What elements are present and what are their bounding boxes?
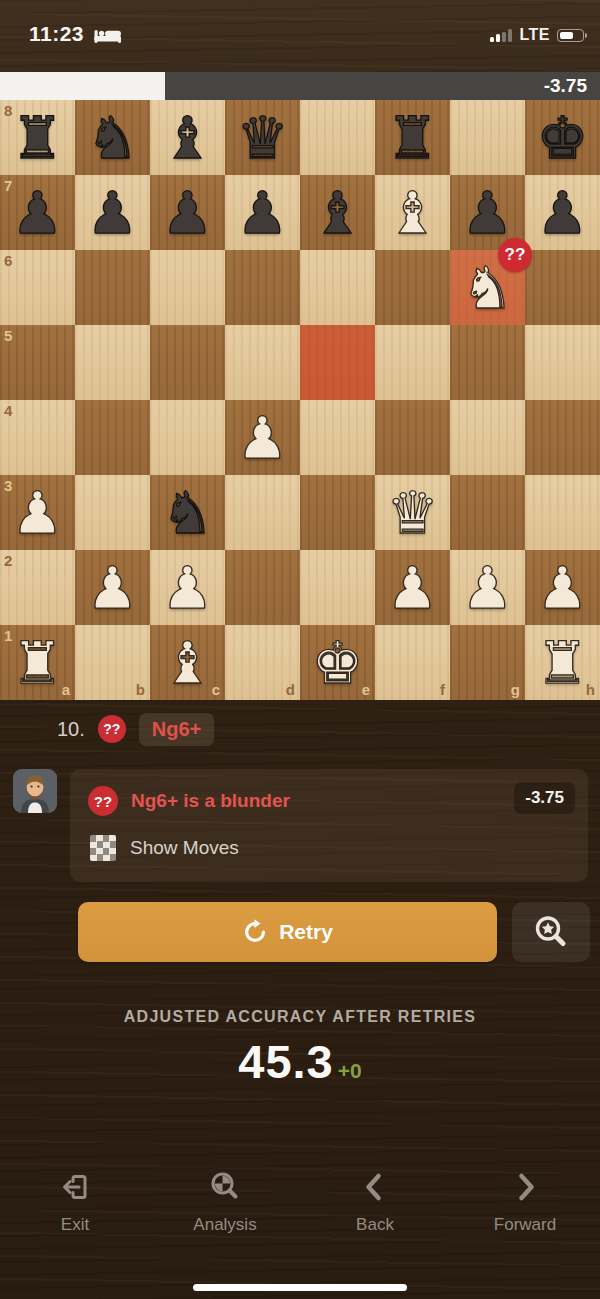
piece-white-queen-f3: ♛ bbox=[375, 475, 450, 550]
chessboard-icon bbox=[90, 835, 116, 861]
square-h5[interactable] bbox=[525, 325, 600, 400]
square-f3[interactable]: ♛ bbox=[375, 475, 450, 550]
piece-white-pawn-g2: ♟ bbox=[450, 550, 525, 625]
exit-icon bbox=[58, 1170, 92, 1204]
file-label-b: b bbox=[136, 681, 145, 698]
file-label-e: e bbox=[362, 681, 370, 698]
square-a7[interactable]: 7♟ bbox=[0, 175, 75, 250]
magnifier-star-icon bbox=[532, 913, 570, 951]
eval-white-fill bbox=[0, 72, 165, 100]
square-b7[interactable]: ♟ bbox=[75, 175, 150, 250]
square-c5[interactable] bbox=[150, 325, 225, 400]
nav-exit-label: Exit bbox=[61, 1215, 89, 1235]
move-chip[interactable]: Ng6+ bbox=[139, 713, 214, 746]
square-e1[interactable]: e♚ bbox=[300, 625, 375, 700]
square-h4[interactable] bbox=[525, 400, 600, 475]
square-e4[interactable] bbox=[300, 400, 375, 475]
square-f1[interactable]: f bbox=[375, 625, 450, 700]
refresh-icon bbox=[242, 919, 268, 945]
blunder-title: Ng6+ is a blunder bbox=[131, 790, 290, 812]
show-moves-button[interactable]: Show Moves bbox=[90, 835, 239, 861]
piece-black-pawn-h7: ♟ bbox=[525, 175, 600, 250]
square-a2[interactable]: 2 bbox=[0, 550, 75, 625]
square-d2[interactable] bbox=[225, 550, 300, 625]
square-h8[interactable]: ♚ bbox=[525, 100, 600, 175]
file-label-h: h bbox=[586, 681, 595, 698]
chevron-right-icon bbox=[508, 1170, 542, 1204]
square-c1[interactable]: c♝ bbox=[150, 625, 225, 700]
square-g5[interactable] bbox=[450, 325, 525, 400]
chevron-left-icon bbox=[358, 1170, 392, 1204]
square-f8[interactable]: ♜ bbox=[375, 100, 450, 175]
rank-label-8: 8 bbox=[4, 102, 12, 119]
file-label-c: c bbox=[212, 681, 220, 698]
square-h7[interactable]: ♟ bbox=[525, 175, 600, 250]
piece-black-pawn-c7: ♟ bbox=[150, 175, 225, 250]
piece-black-knight-b8: ♞ bbox=[75, 100, 150, 175]
square-f7[interactable]: ♝ bbox=[375, 175, 450, 250]
home-indicator[interactable] bbox=[193, 1284, 407, 1291]
blunder-badge-icon: ?? bbox=[98, 715, 126, 743]
network-type-label: LTE bbox=[519, 26, 550, 44]
piece-white-pawn-h2: ♟ bbox=[525, 550, 600, 625]
evaluation-bar: -3.75 bbox=[0, 72, 600, 100]
square-d1[interactable]: d bbox=[225, 625, 300, 700]
piece-white-pawn-f2: ♟ bbox=[375, 550, 450, 625]
chess-board: 8♜♞♝♛♜♚7♟♟♟♟♝♝♟♟6♞??54♟3♟♞♛2♟♟♟♟♟1a♜bc♝d… bbox=[0, 100, 600, 700]
square-e6[interactable] bbox=[300, 250, 375, 325]
rank-label-6: 6 bbox=[4, 252, 12, 269]
rank-label-7: 7 bbox=[4, 177, 12, 194]
analysis-icon bbox=[207, 1169, 243, 1205]
avatar bbox=[13, 769, 57, 813]
square-h2[interactable]: ♟ bbox=[525, 550, 600, 625]
move-row: 10. ?? Ng6+ bbox=[57, 711, 214, 747]
square-b4[interactable] bbox=[75, 400, 150, 475]
square-a1[interactable]: 1a♜ bbox=[0, 625, 75, 700]
square-d4[interactable]: ♟ bbox=[225, 400, 300, 475]
signal-strength-icon bbox=[490, 29, 512, 42]
piece-black-knight-c3: ♞ bbox=[150, 475, 225, 550]
nav-forward-button[interactable]: Forward bbox=[450, 1168, 600, 1260]
accuracy-label: ADJUSTED ACCURACY AFTER RETRIES bbox=[0, 1008, 600, 1026]
rank-label-1: 1 bbox=[4, 627, 12, 644]
nav-exit-button[interactable]: Exit bbox=[0, 1168, 150, 1260]
square-d7[interactable]: ♟ bbox=[225, 175, 300, 250]
piece-black-king-h8: ♚ bbox=[525, 100, 600, 175]
rank-label-2: 2 bbox=[4, 552, 12, 569]
square-h6[interactable] bbox=[525, 250, 600, 325]
accuracy-delta: +0 bbox=[338, 1059, 362, 1083]
status-bar: 11:23 LTE bbox=[0, 0, 600, 72]
file-label-d: d bbox=[286, 681, 295, 698]
square-c3[interactable]: ♞ bbox=[150, 475, 225, 550]
square-h1[interactable]: h♜ bbox=[525, 625, 600, 700]
nav-back-button[interactable]: Back bbox=[300, 1168, 450, 1260]
nav-analysis-button[interactable]: Analysis bbox=[150, 1168, 300, 1260]
nav-forward-label: Forward bbox=[494, 1215, 556, 1235]
square-b2[interactable]: ♟ bbox=[75, 550, 150, 625]
square-h3[interactable] bbox=[525, 475, 600, 550]
piece-white-bishop-f7: ♝ bbox=[375, 175, 450, 250]
square-a3[interactable]: 3♟ bbox=[0, 475, 75, 550]
clock: 11:23 bbox=[29, 22, 84, 46]
show-moves-label: Show Moves bbox=[130, 837, 239, 859]
square-g3[interactable] bbox=[450, 475, 525, 550]
square-e2[interactable] bbox=[300, 550, 375, 625]
file-label-g: g bbox=[511, 681, 520, 698]
square-d5[interactable] bbox=[225, 325, 300, 400]
piece-black-pawn-d7: ♟ bbox=[225, 175, 300, 250]
square-a6[interactable]: 6 bbox=[0, 250, 75, 325]
nav-analysis-label: Analysis bbox=[193, 1215, 256, 1235]
square-c7[interactable]: ♟ bbox=[150, 175, 225, 250]
piece-white-pawn-d4: ♟ bbox=[225, 400, 300, 475]
analysis-panel: ?? Ng6+ is a blunder -3.75 Show Moves bbox=[70, 769, 588, 882]
square-b8[interactable]: ♞ bbox=[75, 100, 150, 175]
bedtime-icon bbox=[94, 27, 122, 44]
square-d8[interactable]: ♛ bbox=[225, 100, 300, 175]
piece-black-queen-d8: ♛ bbox=[225, 100, 300, 175]
piece-white-pawn-c2: ♟ bbox=[150, 550, 225, 625]
explore-position-button[interactable] bbox=[512, 902, 590, 962]
blunder-badge-icon: ?? bbox=[88, 786, 118, 816]
square-a8[interactable]: 8♜ bbox=[0, 100, 75, 175]
rank-label-5: 5 bbox=[4, 327, 12, 344]
square-d3[interactable] bbox=[225, 475, 300, 550]
square-c4[interactable] bbox=[150, 400, 225, 475]
piece-white-pawn-b2: ♟ bbox=[75, 550, 150, 625]
square-a5[interactable]: 5 bbox=[0, 325, 75, 400]
retry-label: Retry bbox=[279, 920, 333, 944]
move-number: 10. bbox=[57, 718, 85, 741]
accuracy-value: 45.3 bbox=[238, 1034, 333, 1089]
piece-black-bishop-e7: ♝ bbox=[300, 175, 375, 250]
file-label-a: a bbox=[62, 681, 70, 698]
square-e5[interactable] bbox=[300, 325, 375, 400]
piece-black-pawn-b7: ♟ bbox=[75, 175, 150, 250]
accuracy-value-row: 45.3 +0 bbox=[0, 1034, 600, 1089]
piece-black-rook-f8: ♜ bbox=[375, 100, 450, 175]
square-d6[interactable] bbox=[225, 250, 300, 325]
retry-button[interactable]: Retry bbox=[78, 902, 497, 962]
blunder-badge-icon: ?? bbox=[498, 238, 532, 272]
square-c6[interactable] bbox=[150, 250, 225, 325]
rank-label-4: 4 bbox=[4, 402, 12, 419]
eval-score: -3.75 bbox=[544, 72, 587, 100]
square-g6[interactable]: ♞?? bbox=[450, 250, 525, 325]
square-e8[interactable] bbox=[300, 100, 375, 175]
square-b3[interactable] bbox=[75, 475, 150, 550]
bottom-nav: Exit Analysis Back Forward bbox=[0, 1168, 600, 1260]
square-a4[interactable]: 4 bbox=[0, 400, 75, 475]
square-b6[interactable] bbox=[75, 250, 150, 325]
square-e7[interactable]: ♝ bbox=[300, 175, 375, 250]
square-f4[interactable] bbox=[375, 400, 450, 475]
eval-chip: -3.75 bbox=[514, 782, 575, 814]
battery-icon bbox=[557, 29, 584, 42]
square-f6[interactable] bbox=[375, 250, 450, 325]
square-b1[interactable]: b bbox=[75, 625, 150, 700]
square-g1[interactable]: g bbox=[450, 625, 525, 700]
square-f2[interactable]: ♟ bbox=[375, 550, 450, 625]
square-e3[interactable] bbox=[300, 475, 375, 550]
square-g8[interactable] bbox=[450, 100, 525, 175]
square-f5[interactable] bbox=[375, 325, 450, 400]
square-g4[interactable] bbox=[450, 400, 525, 475]
nav-back-label: Back bbox=[356, 1215, 394, 1235]
square-c8[interactable]: ♝ bbox=[150, 100, 225, 175]
file-label-f: f bbox=[440, 681, 445, 698]
rank-label-3: 3 bbox=[4, 477, 12, 494]
square-c2[interactable]: ♟ bbox=[150, 550, 225, 625]
piece-black-bishop-c8: ♝ bbox=[150, 100, 225, 175]
square-b5[interactable] bbox=[75, 325, 150, 400]
square-g2[interactable]: ♟ bbox=[450, 550, 525, 625]
